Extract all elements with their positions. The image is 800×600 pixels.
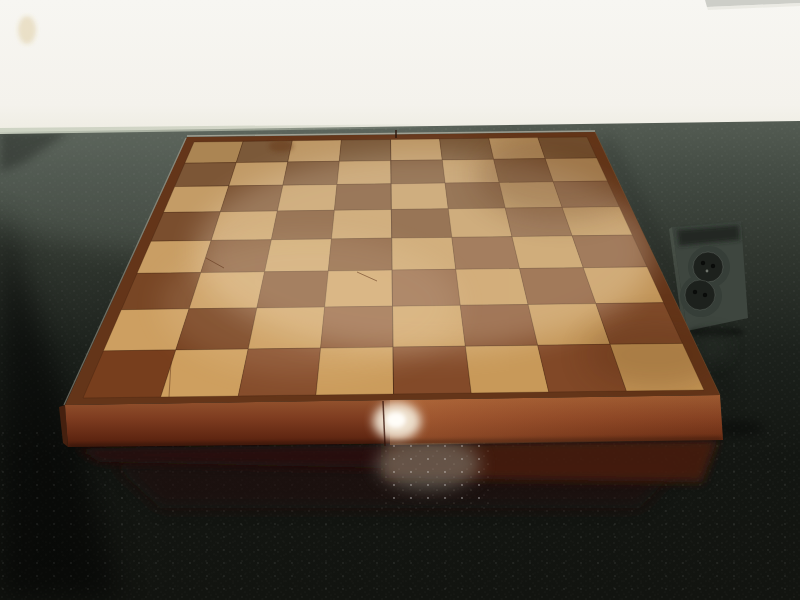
socket-hole	[711, 264, 715, 268]
wall-surface	[0, 0, 800, 140]
board-square-light	[288, 140, 342, 162]
outlet-socket-bottom	[685, 280, 715, 310]
socket-glint	[706, 270, 709, 273]
white-wall	[0, 0, 800, 140]
socket-hole	[693, 290, 697, 294]
reflection-sparkle	[378, 440, 490, 510]
socket-hole	[703, 293, 707, 297]
flash-glare-core	[386, 412, 406, 428]
wall-smudge	[18, 16, 36, 44]
photo-of-checkerboard-on-counter	[0, 0, 800, 600]
board-square-light	[465, 345, 548, 393]
board-front-face-highlight	[390, 395, 723, 445]
socket-hole	[701, 261, 705, 265]
outlet-socket-top	[693, 252, 723, 282]
board-square-light	[185, 141, 243, 163]
board-square-dark	[175, 163, 237, 187]
board-sheen-2	[160, 235, 460, 375]
wood-knot	[269, 140, 293, 152]
